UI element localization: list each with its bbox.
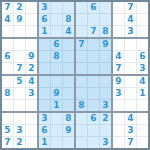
cell-r2c12[interactable]: [137, 14, 148, 25]
cell-r7c10-given: 9: [113, 76, 124, 87]
cell-r6c4[interactable]: [39, 63, 50, 74]
cell-r1c2-given: 2: [14, 2, 25, 13]
cell-r12c10[interactable]: [113, 137, 124, 148]
cell-r6c8[interactable]: [88, 63, 99, 74]
cell-r12c6[interactable]: [63, 137, 74, 148]
cell-r8c2[interactable]: [14, 88, 25, 99]
cell-r12c2-given: 2: [14, 137, 25, 148]
cell-r1c5[interactable]: [51, 2, 62, 13]
cell-r2c8[interactable]: [88, 14, 99, 25]
cell-r12c11-given: 7: [125, 137, 136, 148]
cell-r11c2-given: 3: [14, 125, 25, 136]
cell-r10c3[interactable]: [26, 113, 37, 124]
cell-r10c12[interactable]: [137, 113, 148, 124]
box-r3c4: 9431: [113, 76, 148, 111]
cell-r6c10-given: 7: [113, 63, 124, 74]
cell-r11c1-given: 5: [2, 125, 13, 136]
cell-r1c10[interactable]: [113, 2, 124, 13]
cell-r4c10[interactable]: [113, 39, 124, 50]
cell-r5c5-given: 8: [51, 51, 62, 62]
cell-r2c10[interactable]: [113, 14, 124, 25]
cell-r5c3-given: 9: [26, 51, 37, 62]
cell-r1c7[interactable]: [76, 2, 87, 13]
cell-r2c4-given: 6: [39, 14, 50, 25]
cell-r11c11-given: 3: [125, 125, 136, 136]
cell-r2c7[interactable]: [76, 14, 87, 25]
cell-r5c2[interactable]: [14, 51, 25, 62]
cell-r11c6-given: 9: [63, 125, 74, 136]
cell-r4c6[interactable]: [63, 39, 74, 50]
cell-r9c9-given: 3: [100, 100, 111, 111]
cell-r4c9-given: 9: [100, 39, 111, 50]
cell-r5c4[interactable]: [39, 51, 50, 62]
box-r2c1: 6972: [2, 39, 37, 74]
cell-r7c4[interactable]: [39, 76, 50, 87]
cell-r3c12[interactable]: [137, 26, 148, 37]
sudoku-board: 7249368146787436972687946735483918394315…: [0, 0, 150, 150]
cell-r9c6[interactable]: [63, 100, 74, 111]
cell-r6c12-given: 3: [137, 63, 148, 74]
cell-r5c10-given: 4: [113, 51, 124, 62]
cell-r1c6[interactable]: [63, 2, 74, 13]
cell-r10c2[interactable]: [14, 113, 25, 124]
cell-r9c4[interactable]: [39, 100, 50, 111]
cell-r11c7[interactable]: [76, 125, 87, 136]
cell-r11c3[interactable]: [26, 125, 37, 136]
cell-r1c3[interactable]: [26, 2, 37, 13]
cell-r7c7[interactable]: [76, 76, 87, 87]
cell-r3c5[interactable]: [51, 26, 62, 37]
cell-r3c1[interactable]: [2, 26, 13, 37]
cell-r12c3[interactable]: [26, 137, 37, 148]
cell-r11c10[interactable]: [113, 125, 124, 136]
box-r4c1: 5372: [2, 113, 37, 148]
cell-r9c7-given: 8: [76, 100, 87, 111]
cell-r8c11[interactable]: [125, 88, 136, 99]
cell-r2c5[interactable]: [51, 14, 62, 25]
cell-r5c8[interactable]: [88, 51, 99, 62]
cell-r10c5[interactable]: [51, 113, 62, 124]
cell-r12c12[interactable]: [137, 137, 148, 148]
box-r4c4: 437: [113, 113, 148, 148]
cell-r4c4[interactable]: [39, 39, 50, 50]
cell-r9c11[interactable]: [125, 100, 136, 111]
box-r2c2: 68: [39, 39, 74, 74]
cell-r3c6-given: 4: [63, 26, 74, 37]
box-r3c1: 5483: [2, 76, 37, 111]
cell-r6c5[interactable]: [51, 63, 62, 74]
cell-r7c5[interactable]: [51, 76, 62, 87]
cell-r9c8[interactable]: [88, 100, 99, 111]
cell-r1c1-given: 7: [2, 2, 13, 13]
cell-r3c4-given: 1: [39, 26, 50, 37]
cell-r3c3[interactable]: [26, 26, 37, 37]
box-r1c3: 678: [76, 2, 111, 37]
cell-r7c11[interactable]: [125, 76, 136, 87]
cell-r12c9-given: 3: [100, 137, 111, 148]
cell-r12c4-given: 1: [39, 137, 50, 148]
cell-r6c11[interactable]: [125, 63, 136, 74]
cell-r5c6[interactable]: [63, 51, 74, 62]
cell-r4c8[interactable]: [88, 39, 99, 50]
cell-r5c11[interactable]: [125, 51, 136, 62]
box-r1c1: 7249: [2, 2, 37, 37]
cell-r9c5-given: 1: [51, 100, 62, 111]
cell-r11c12[interactable]: [137, 125, 148, 136]
cell-r10c8-given: 6: [88, 113, 99, 124]
cell-r3c11-given: 3: [125, 26, 136, 37]
cell-r4c7-given: 7: [76, 39, 87, 50]
cell-r2c1-given: 4: [2, 14, 13, 25]
cell-r5c12-given: 6: [137, 51, 148, 62]
cell-r9c10[interactable]: [113, 100, 124, 111]
cell-r11c4-given: 6: [39, 125, 50, 136]
cell-r10c6-given: 8: [63, 113, 74, 124]
cell-r10c9-given: 2: [100, 113, 111, 124]
cell-r7c3-given: 4: [26, 76, 37, 87]
cell-r7c2-given: 5: [14, 76, 25, 87]
cell-r3c10[interactable]: [113, 26, 124, 37]
cell-r8c12-given: 1: [137, 88, 148, 99]
cell-r7c12-given: 4: [137, 76, 148, 87]
cell-r6c6[interactable]: [63, 63, 74, 74]
box-r2c4: 4673: [113, 39, 148, 74]
box-r4c2: 38691: [39, 113, 74, 148]
cell-r7c8[interactable]: [88, 76, 99, 87]
cell-r8c4[interactable]: [39, 88, 50, 99]
cell-r12c5[interactable]: [51, 137, 62, 148]
cell-r8c9[interactable]: [100, 88, 111, 99]
cell-r6c2-given: 7: [14, 63, 25, 74]
cell-r6c1[interactable]: [2, 63, 13, 74]
cell-r8c10-given: 3: [113, 88, 124, 99]
cell-r7c9[interactable]: [100, 76, 111, 87]
cell-r8c7[interactable]: [76, 88, 87, 99]
cell-r10c4-given: 3: [39, 113, 50, 124]
cell-r4c3[interactable]: [26, 39, 37, 50]
sudoku-page: 7249368146787436972687946735483918394315…: [0, 0, 150, 150]
cell-r3c2[interactable]: [14, 26, 25, 37]
cell-r6c7[interactable]: [76, 63, 87, 74]
cell-r2c11-given: 4: [125, 14, 136, 25]
cell-r7c1[interactable]: [2, 76, 13, 87]
cell-r4c12[interactable]: [137, 39, 148, 50]
cell-r10c10[interactable]: [113, 113, 124, 124]
box-r1c4: 743: [113, 2, 148, 37]
cell-r12c8[interactable]: [88, 137, 99, 148]
cell-r11c5[interactable]: [51, 125, 62, 136]
cell-r3c9-given: 8: [100, 26, 111, 37]
cell-r1c8-given: 6: [88, 2, 99, 13]
cell-r11c9[interactable]: [100, 125, 111, 136]
cell-r9c2[interactable]: [14, 100, 25, 111]
cell-r8c5-given: 9: [51, 88, 62, 99]
cell-r10c7[interactable]: [76, 113, 87, 124]
cell-r8c8[interactable]: [88, 88, 99, 99]
cell-r8c3-given: 3: [26, 88, 37, 99]
cell-r5c9[interactable]: [100, 51, 111, 62]
cell-r5c1-given: 6: [2, 51, 13, 62]
box-r3c3: 83: [76, 76, 111, 111]
box-r4c3: 623: [76, 113, 111, 148]
cell-r8c6[interactable]: [63, 88, 74, 99]
cell-r2c3[interactable]: [26, 14, 37, 25]
cell-r2c2-given: 9: [14, 14, 25, 25]
cell-r6c3-given: 2: [26, 63, 37, 74]
box-r2c3: 79: [76, 39, 111, 74]
cell-r10c11-given: 4: [125, 113, 136, 124]
cell-r9c1[interactable]: [2, 100, 13, 111]
cell-r1c4-given: 3: [39, 2, 50, 13]
cell-r1c12[interactable]: [137, 2, 148, 13]
cell-r1c9[interactable]: [100, 2, 111, 13]
cell-r2c9[interactable]: [100, 14, 111, 25]
box-r3c2: 91: [39, 76, 74, 111]
cell-r6c9[interactable]: [100, 63, 111, 74]
cell-r4c2[interactable]: [14, 39, 25, 50]
box-r1c2: 36814: [39, 2, 74, 37]
cell-r4c11[interactable]: [125, 39, 136, 50]
cell-r2c6-given: 8: [63, 14, 74, 25]
cell-r4c5-given: 6: [51, 39, 62, 50]
cell-r11c8[interactable]: [88, 125, 99, 136]
cell-r10c1[interactable]: [2, 113, 13, 124]
cell-r5c7[interactable]: [76, 51, 87, 62]
cell-r12c7[interactable]: [76, 137, 87, 148]
cell-r8c1-given: 8: [2, 88, 13, 99]
cell-r1c11-given: 7: [125, 2, 136, 13]
cell-r3c7[interactable]: [76, 26, 87, 37]
cell-r9c12[interactable]: [137, 100, 148, 111]
cell-r4c1[interactable]: [2, 39, 13, 50]
cell-r7c6[interactable]: [63, 76, 74, 87]
cell-r3c8-given: 7: [88, 26, 99, 37]
cell-r12c1-given: 7: [2, 137, 13, 148]
cell-r9c3[interactable]: [26, 100, 37, 111]
